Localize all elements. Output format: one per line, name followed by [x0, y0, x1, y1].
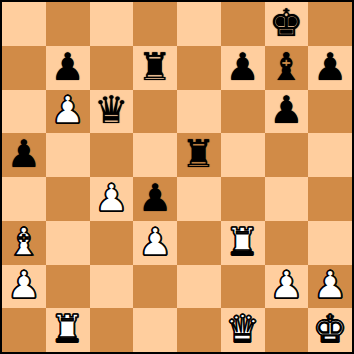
- square-d3[interactable]: ♟: [133, 221, 177, 265]
- square-b3[interactable]: [46, 221, 90, 265]
- square-a4[interactable]: [2, 177, 46, 221]
- square-h2[interactable]: ♟: [308, 265, 352, 309]
- square-g3[interactable]: [265, 221, 309, 265]
- square-b1[interactable]: ♜: [46, 308, 90, 352]
- square-b6[interactable]: ♟: [46, 90, 90, 134]
- square-b5[interactable]: [46, 133, 90, 177]
- white-pawn-piece: ♟: [51, 91, 85, 129]
- square-c8[interactable]: [90, 2, 134, 46]
- square-d5[interactable]: [133, 133, 177, 177]
- square-f4[interactable]: [221, 177, 265, 221]
- square-a8[interactable]: [2, 2, 46, 46]
- square-d4[interactable]: ♟: [133, 177, 177, 221]
- square-e6[interactable]: [177, 90, 221, 134]
- square-f1[interactable]: ♛: [221, 308, 265, 352]
- square-f6[interactable]: [221, 90, 265, 134]
- black-pawn-piece: ♟: [138, 179, 172, 217]
- square-a6[interactable]: [2, 90, 46, 134]
- square-c5[interactable]: [90, 133, 134, 177]
- square-c6[interactable]: ♛: [90, 90, 134, 134]
- square-d8[interactable]: [133, 2, 177, 46]
- square-g7[interactable]: ♝: [265, 46, 309, 90]
- white-king-piece: ♚: [313, 310, 347, 348]
- square-f5[interactable]: [221, 133, 265, 177]
- square-a5[interactable]: ♟: [2, 133, 46, 177]
- square-h3[interactable]: [308, 221, 352, 265]
- square-b2[interactable]: [46, 265, 90, 309]
- square-h5[interactable]: [308, 133, 352, 177]
- square-f8[interactable]: [221, 2, 265, 46]
- black-queen-piece: ♛: [94, 91, 128, 129]
- square-d2[interactable]: [133, 265, 177, 309]
- square-a7[interactable]: [2, 46, 46, 90]
- black-rook-piece: ♜: [182, 135, 216, 173]
- square-e4[interactable]: [177, 177, 221, 221]
- square-a3[interactable]: ♝: [2, 221, 46, 265]
- square-h8[interactable]: [308, 2, 352, 46]
- square-a2[interactable]: ♟: [2, 265, 46, 309]
- square-e7[interactable]: [177, 46, 221, 90]
- white-queen-piece: ♛: [226, 310, 260, 348]
- square-e3[interactable]: [177, 221, 221, 265]
- black-pawn-piece: ♟: [269, 91, 303, 129]
- white-bishop-piece: ♝: [7, 223, 41, 261]
- square-c2[interactable]: [90, 265, 134, 309]
- square-a1[interactable]: [2, 308, 46, 352]
- square-g1[interactable]: [265, 308, 309, 352]
- square-c7[interactable]: [90, 46, 134, 90]
- white-rook-piece: ♜: [51, 310, 85, 348]
- black-pawn-piece: ♟: [313, 48, 347, 86]
- black-pawn-piece: ♟: [7, 135, 41, 173]
- square-h4[interactable]: [308, 177, 352, 221]
- square-f2[interactable]: [221, 265, 265, 309]
- white-pawn-piece: ♟: [138, 223, 172, 261]
- square-e2[interactable]: [177, 265, 221, 309]
- square-h7[interactable]: ♟: [308, 46, 352, 90]
- square-f7[interactable]: ♟: [221, 46, 265, 90]
- white-pawn-piece: ♟: [94, 179, 128, 217]
- white-pawn-piece: ♟: [269, 266, 303, 304]
- square-d6[interactable]: [133, 90, 177, 134]
- square-d7[interactable]: ♜: [133, 46, 177, 90]
- white-pawn-piece: ♟: [313, 266, 347, 304]
- square-e8[interactable]: [177, 2, 221, 46]
- black-pawn-piece: ♟: [226, 48, 260, 86]
- square-h6[interactable]: [308, 90, 352, 134]
- square-c4[interactable]: ♟: [90, 177, 134, 221]
- square-g2[interactable]: ♟: [265, 265, 309, 309]
- square-g8[interactable]: ♚: [265, 2, 309, 46]
- square-g6[interactable]: ♟: [265, 90, 309, 134]
- black-rook-piece: ♜: [138, 48, 172, 86]
- black-king-piece: ♚: [269, 4, 303, 42]
- square-b4[interactable]: [46, 177, 90, 221]
- square-e1[interactable]: [177, 308, 221, 352]
- square-g4[interactable]: [265, 177, 309, 221]
- chess-board: ♚♟♜♟♝♟♟♛♟♟♜♟♟♝♟♜♟♟♟♜♛♚: [0, 0, 354, 354]
- square-e5[interactable]: ♜: [177, 133, 221, 177]
- square-b8[interactable]: [46, 2, 90, 46]
- square-h1[interactable]: ♚: [308, 308, 352, 352]
- square-g5[interactable]: [265, 133, 309, 177]
- square-b7[interactable]: ♟: [46, 46, 90, 90]
- black-bishop-piece: ♝: [269, 48, 303, 86]
- square-c3[interactable]: [90, 221, 134, 265]
- white-rook-piece: ♜: [226, 223, 260, 261]
- square-f3[interactable]: ♜: [221, 221, 265, 265]
- square-c1[interactable]: [90, 308, 134, 352]
- black-pawn-piece: ♟: [51, 48, 85, 86]
- white-pawn-piece: ♟: [7, 266, 41, 304]
- square-d1[interactable]: [133, 308, 177, 352]
